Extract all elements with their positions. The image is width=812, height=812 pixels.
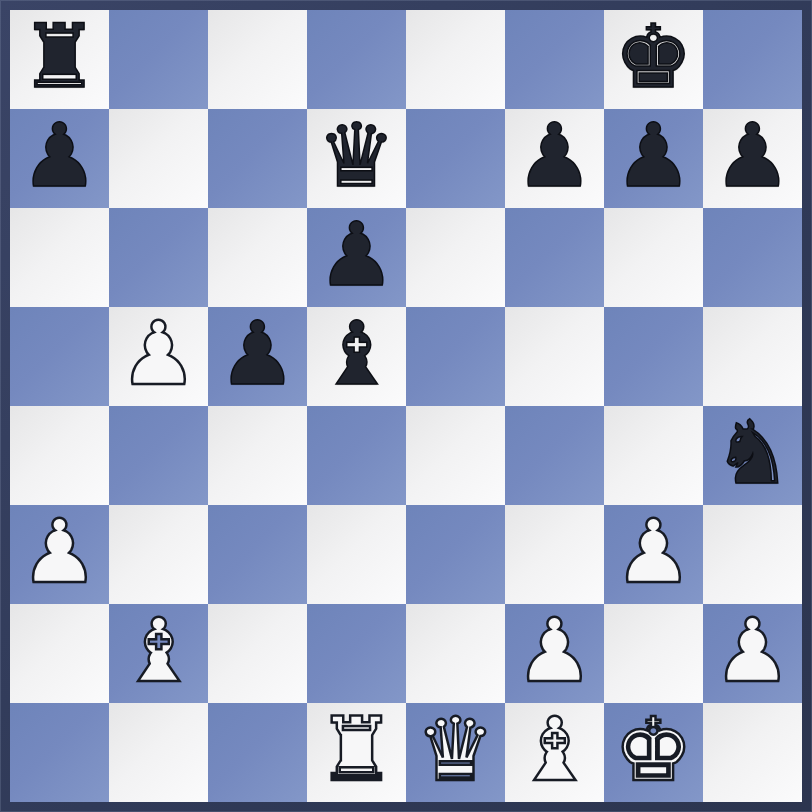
square-a1[interactable]	[10, 703, 109, 802]
square-c7[interactable]	[208, 109, 307, 208]
square-e3[interactable]	[406, 505, 505, 604]
piece-white-queen[interactable]: ♛	[416, 706, 495, 794]
piece-white-pawn[interactable]: ♟	[614, 508, 693, 596]
square-c5[interactable]: ♟	[208, 307, 307, 406]
square-h8[interactable]	[703, 10, 802, 109]
square-c2[interactable]	[208, 604, 307, 703]
square-h4[interactable]: ♞	[703, 406, 802, 505]
square-a2[interactable]	[10, 604, 109, 703]
square-b2[interactable]: ♝	[109, 604, 208, 703]
piece-black-pawn[interactable]: ♟	[713, 112, 792, 200]
square-b6[interactable]	[109, 208, 208, 307]
square-c6[interactable]	[208, 208, 307, 307]
piece-white-pawn[interactable]: ♟	[119, 310, 198, 398]
piece-black-knight[interactable]: ♞	[713, 409, 792, 497]
square-d1[interactable]: ♜	[307, 703, 406, 802]
square-e8[interactable]	[406, 10, 505, 109]
square-b5[interactable]: ♟	[109, 307, 208, 406]
square-h1[interactable]	[703, 703, 802, 802]
piece-black-pawn[interactable]: ♟	[614, 112, 693, 200]
square-g1[interactable]: ♚	[604, 703, 703, 802]
square-f7[interactable]: ♟	[505, 109, 604, 208]
piece-black-pawn[interactable]: ♟	[218, 310, 297, 398]
square-g7[interactable]: ♟	[604, 109, 703, 208]
square-b7[interactable]	[109, 109, 208, 208]
square-a6[interactable]	[10, 208, 109, 307]
square-d2[interactable]	[307, 604, 406, 703]
square-f3[interactable]	[505, 505, 604, 604]
square-g2[interactable]	[604, 604, 703, 703]
piece-white-rook[interactable]: ♜	[317, 706, 396, 794]
piece-white-pawn[interactable]: ♟	[515, 607, 594, 695]
piece-white-pawn[interactable]: ♟	[20, 508, 99, 596]
square-d4[interactable]	[307, 406, 406, 505]
piece-white-bishop[interactable]: ♝	[515, 706, 594, 794]
square-e2[interactable]	[406, 604, 505, 703]
square-a7[interactable]: ♟	[10, 109, 109, 208]
square-h6[interactable]	[703, 208, 802, 307]
square-f8[interactable]	[505, 10, 604, 109]
square-b1[interactable]	[109, 703, 208, 802]
square-a3[interactable]: ♟	[10, 505, 109, 604]
square-a5[interactable]	[10, 307, 109, 406]
square-d3[interactable]	[307, 505, 406, 604]
square-b4[interactable]	[109, 406, 208, 505]
square-f6[interactable]	[505, 208, 604, 307]
square-c4[interactable]	[208, 406, 307, 505]
piece-black-pawn[interactable]: ♟	[317, 211, 396, 299]
piece-black-king[interactable]: ♚	[614, 13, 693, 101]
square-g8[interactable]: ♚	[604, 10, 703, 109]
piece-black-pawn[interactable]: ♟	[20, 112, 99, 200]
square-g6[interactable]	[604, 208, 703, 307]
square-c1[interactable]	[208, 703, 307, 802]
square-f4[interactable]	[505, 406, 604, 505]
piece-white-pawn[interactable]: ♟	[713, 607, 792, 695]
square-a8[interactable]: ♜	[10, 10, 109, 109]
square-f2[interactable]: ♟	[505, 604, 604, 703]
piece-black-queen[interactable]: ♛	[317, 112, 396, 200]
square-d8[interactable]	[307, 10, 406, 109]
piece-black-pawn[interactable]: ♟	[515, 112, 594, 200]
piece-black-bishop[interactable]: ♝	[317, 310, 396, 398]
square-c8[interactable]	[208, 10, 307, 109]
square-h7[interactable]: ♟	[703, 109, 802, 208]
square-e6[interactable]	[406, 208, 505, 307]
piece-white-king[interactable]: ♚	[614, 706, 693, 794]
piece-black-rook[interactable]: ♜	[20, 13, 99, 101]
board-frame: ♜♚♟♛♟♟♟♟♟♟♝♞♟♟♝♟♟♜♛♝♚	[0, 0, 812, 812]
square-e4[interactable]	[406, 406, 505, 505]
square-g4[interactable]	[604, 406, 703, 505]
square-d7[interactable]: ♛	[307, 109, 406, 208]
square-h3[interactable]	[703, 505, 802, 604]
square-c3[interactable]	[208, 505, 307, 604]
square-a4[interactable]	[10, 406, 109, 505]
square-h2[interactable]: ♟	[703, 604, 802, 703]
chess-board: ♜♚♟♛♟♟♟♟♟♟♝♞♟♟♝♟♟♜♛♝♚	[10, 10, 802, 802]
square-e1[interactable]: ♛	[406, 703, 505, 802]
square-e7[interactable]	[406, 109, 505, 208]
square-g5[interactable]	[604, 307, 703, 406]
square-f5[interactable]	[505, 307, 604, 406]
square-e5[interactable]	[406, 307, 505, 406]
square-b8[interactable]	[109, 10, 208, 109]
square-g3[interactable]: ♟	[604, 505, 703, 604]
square-b3[interactable]	[109, 505, 208, 604]
piece-white-bishop[interactable]: ♝	[119, 607, 198, 695]
square-d5[interactable]: ♝	[307, 307, 406, 406]
square-f1[interactable]: ♝	[505, 703, 604, 802]
square-h5[interactable]	[703, 307, 802, 406]
square-d6[interactable]: ♟	[307, 208, 406, 307]
